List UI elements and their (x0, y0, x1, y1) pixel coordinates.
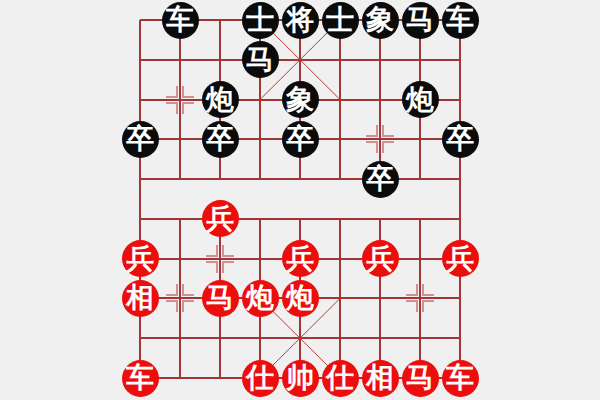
piece-red-soldier[interactable]: 兵 (282, 240, 319, 277)
xiangqi-board: 车士将士象马车马炮象炮卒卒卒卒卒兵兵兵兵兵相马炮炮车仕帅仕相马车 (0, 0, 600, 400)
piece-black-elephant[interactable]: 象 (362, 2, 399, 39)
piece-red-soldier[interactable]: 兵 (362, 240, 399, 277)
piece-black-soldier[interactable]: 卒 (362, 161, 399, 198)
piece-red-soldier[interactable]: 兵 (202, 200, 239, 237)
piece-red-elephant[interactable]: 相 (122, 280, 159, 317)
piece-black-soldier[interactable]: 卒 (442, 121, 479, 158)
piece-red-horse[interactable]: 马 (402, 360, 439, 397)
piece-black-advisor[interactable]: 士 (322, 2, 359, 39)
piece-black-chariot[interactable]: 车 (162, 2, 199, 39)
piece-black-soldier[interactable]: 卒 (202, 121, 239, 158)
piece-red-advisor[interactable]: 仕 (242, 360, 279, 397)
piece-black-horse[interactable]: 马 (242, 41, 279, 78)
board-grid-lines (0, 0, 600, 400)
piece-red-cannon[interactable]: 炮 (282, 280, 319, 317)
piece-red-general[interactable]: 帅 (282, 360, 319, 397)
piece-black-horse[interactable]: 马 (402, 2, 439, 39)
piece-red-soldier[interactable]: 兵 (122, 240, 159, 277)
piece-black-advisor[interactable]: 士 (242, 2, 279, 39)
piece-black-cannon[interactable]: 炮 (202, 81, 239, 118)
piece-black-chariot[interactable]: 车 (442, 2, 479, 39)
piece-red-cannon[interactable]: 炮 (242, 280, 279, 317)
piece-red-elephant[interactable]: 相 (362, 360, 399, 397)
piece-red-chariot[interactable]: 车 (442, 360, 479, 397)
piece-red-horse[interactable]: 马 (202, 280, 239, 317)
piece-black-general[interactable]: 将 (282, 2, 319, 39)
piece-red-chariot[interactable]: 车 (122, 360, 159, 397)
piece-black-cannon[interactable]: 炮 (402, 81, 439, 118)
piece-red-advisor[interactable]: 仕 (322, 360, 359, 397)
piece-red-soldier[interactable]: 兵 (442, 240, 479, 277)
piece-black-soldier[interactable]: 卒 (282, 121, 319, 158)
piece-black-soldier[interactable]: 卒 (122, 121, 159, 158)
piece-black-elephant[interactable]: 象 (282, 81, 319, 118)
